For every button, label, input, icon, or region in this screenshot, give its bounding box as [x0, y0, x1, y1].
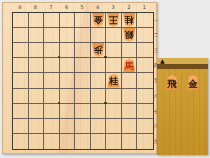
file-label: 5	[74, 4, 90, 11]
board-cell[interactable]	[44, 13, 60, 28]
board-cell[interactable]	[75, 134, 91, 149]
board-panel: 987654321 一二三四五六七八九 金王桂銀歩馬桂	[2, 2, 157, 154]
board-cell[interactable]	[137, 119, 153, 134]
board-cell[interactable]	[75, 73, 91, 88]
hoshi-dot	[58, 102, 60, 104]
board-cell[interactable]	[106, 28, 122, 43]
file-labels: 987654321	[12, 4, 152, 11]
board-cell[interactable]	[137, 134, 153, 149]
board-cell[interactable]	[13, 134, 29, 149]
board-cell[interactable]	[75, 89, 91, 104]
file-label: 3	[105, 4, 121, 11]
sente-marker: ▲	[160, 57, 165, 64]
board-cell[interactable]	[91, 73, 107, 88]
board-cell[interactable]	[44, 119, 60, 134]
board-cell[interactable]	[29, 104, 45, 119]
board-cell[interactable]	[29, 58, 45, 73]
board-cell[interactable]	[75, 43, 91, 58]
file-label: 9	[12, 4, 28, 11]
board-cell[interactable]	[106, 43, 122, 58]
board-cell[interactable]	[60, 43, 76, 58]
board-cell[interactable]	[106, 58, 122, 73]
board-cell[interactable]	[75, 58, 91, 73]
board-cell[interactable]	[13, 28, 29, 43]
board-cell[interactable]	[60, 28, 76, 43]
board-cell[interactable]	[29, 119, 45, 134]
board-cell[interactable]	[29, 43, 45, 58]
komadai-top: ▲	[157, 58, 208, 64]
board-cell[interactable]	[106, 89, 122, 104]
board-cell[interactable]	[44, 104, 60, 119]
file-label: 1	[137, 4, 153, 11]
board-cell[interactable]	[75, 119, 91, 134]
board-cell[interactable]	[122, 119, 138, 134]
board-cell[interactable]	[122, 134, 138, 149]
board-cell[interactable]	[13, 13, 29, 28]
board-cell[interactable]	[106, 134, 122, 149]
board-cell[interactable]	[122, 43, 138, 58]
board-cell[interactable]	[29, 13, 45, 28]
board-cell[interactable]	[44, 28, 60, 43]
board-cell[interactable]	[75, 104, 91, 119]
board-cell[interactable]	[91, 104, 107, 119]
board-cell[interactable]	[60, 134, 76, 149]
board-cell[interactable]	[29, 134, 45, 149]
board-cell[interactable]	[91, 28, 107, 43]
board-cell[interactable]	[13, 73, 29, 88]
board-cell[interactable]	[91, 134, 107, 149]
board-cell[interactable]	[60, 104, 76, 119]
board-cell[interactable]	[137, 58, 153, 73]
board-cell[interactable]	[60, 119, 76, 134]
komadai-sente: ▲ 飛金	[157, 58, 208, 155]
board-cell[interactable]	[60, 58, 76, 73]
file-label: 6	[59, 4, 75, 11]
board-cell[interactable]	[106, 119, 122, 134]
file-label: 8	[28, 4, 44, 11]
board-cell[interactable]	[122, 89, 138, 104]
board-cell[interactable]	[75, 28, 91, 43]
hand-pieces: 飛金	[157, 69, 208, 155]
board-cell[interactable]	[137, 104, 153, 119]
hand-piece-飛[interactable]: 飛	[166, 75, 179, 90]
shogi-diagram: 987654321 一二三四五六七八九 金王桂銀歩馬桂 ▲ 飛金	[0, 0, 210, 158]
board-cell[interactable]	[29, 28, 45, 43]
file-label: 4	[90, 4, 106, 11]
board-cell[interactable]	[75, 13, 91, 28]
board-cell[interactable]	[91, 119, 107, 134]
board-cell[interactable]	[60, 13, 76, 28]
board-cell[interactable]	[137, 28, 153, 43]
board-cell[interactable]	[29, 89, 45, 104]
board-cell[interactable]	[137, 13, 153, 28]
board-cell[interactable]	[137, 73, 153, 88]
hoshi-dot	[104, 102, 106, 104]
board-cell[interactable]	[60, 89, 76, 104]
board-cell[interactable]	[137, 89, 153, 104]
board-cell[interactable]	[91, 58, 107, 73]
board-cell[interactable]	[13, 104, 29, 119]
board-cell[interactable]	[44, 73, 60, 88]
board-cell[interactable]	[13, 43, 29, 58]
board-cell[interactable]	[60, 73, 76, 88]
board-cell[interactable]	[13, 119, 29, 134]
board-cell[interactable]	[106, 104, 122, 119]
board-cell[interactable]	[122, 104, 138, 119]
hand-piece-金[interactable]: 金	[187, 75, 200, 90]
board-cell[interactable]	[44, 134, 60, 149]
board-cell[interactable]	[13, 58, 29, 73]
board-cell[interactable]	[13, 89, 29, 104]
file-label: 7	[43, 4, 59, 11]
file-label: 2	[121, 4, 137, 11]
board-cell[interactable]	[137, 43, 153, 58]
board-cell[interactable]	[122, 73, 138, 88]
board-cell[interactable]	[44, 58, 60, 73]
board-cell[interactable]	[29, 73, 45, 88]
